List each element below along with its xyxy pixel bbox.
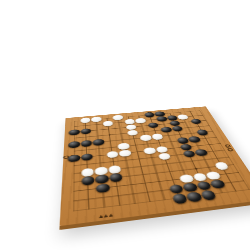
black-stone (171, 126, 184, 132)
black-stone (160, 127, 172, 133)
scene: GO GO ▲▲ ▲▲▲ (0, 0, 250, 250)
white-stone (157, 152, 171, 160)
grid-lines (73, 110, 250, 211)
white-stone (135, 118, 146, 124)
white-stone (151, 133, 164, 140)
hoshi-point (108, 134, 111, 135)
black-stone (147, 122, 159, 128)
hoshi-point (194, 168, 197, 170)
brand-logo-mountain-icon: ▲▲▲ (97, 212, 113, 219)
board-grid (73, 110, 250, 211)
black-stone (144, 112, 155, 117)
go-board: GO GO ▲▲ ▲▲▲ (60, 106, 250, 226)
